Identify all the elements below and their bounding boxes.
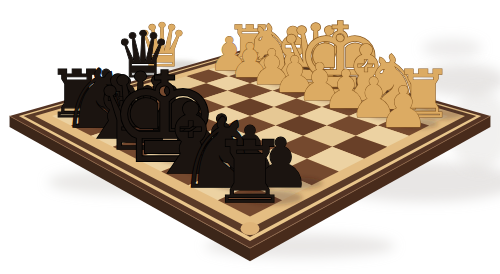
chess-board-scene: ♛♛♜♟♞♟♝♟♛♟♚♟♝♟♟♞♜♟♟♜♞♟♟♝♟♛♟♚♟♝♟♞♟♜ [0,0,500,274]
cast-shadow [422,38,482,58]
corner-medallion-dot [241,222,260,235]
piece-white-pawn-h2[interactable]: ♟ [378,74,429,140]
chess-set-photo: ♛♛♜♟♞♟♝♟♛♟♚♟♝♟♟♞♜♟♟♜♞♟♟♝♟♛♟♚♟♝♟♞♟♜ [0,0,500,274]
piece-black-rook-h8[interactable]: ♜ [212,122,289,222]
